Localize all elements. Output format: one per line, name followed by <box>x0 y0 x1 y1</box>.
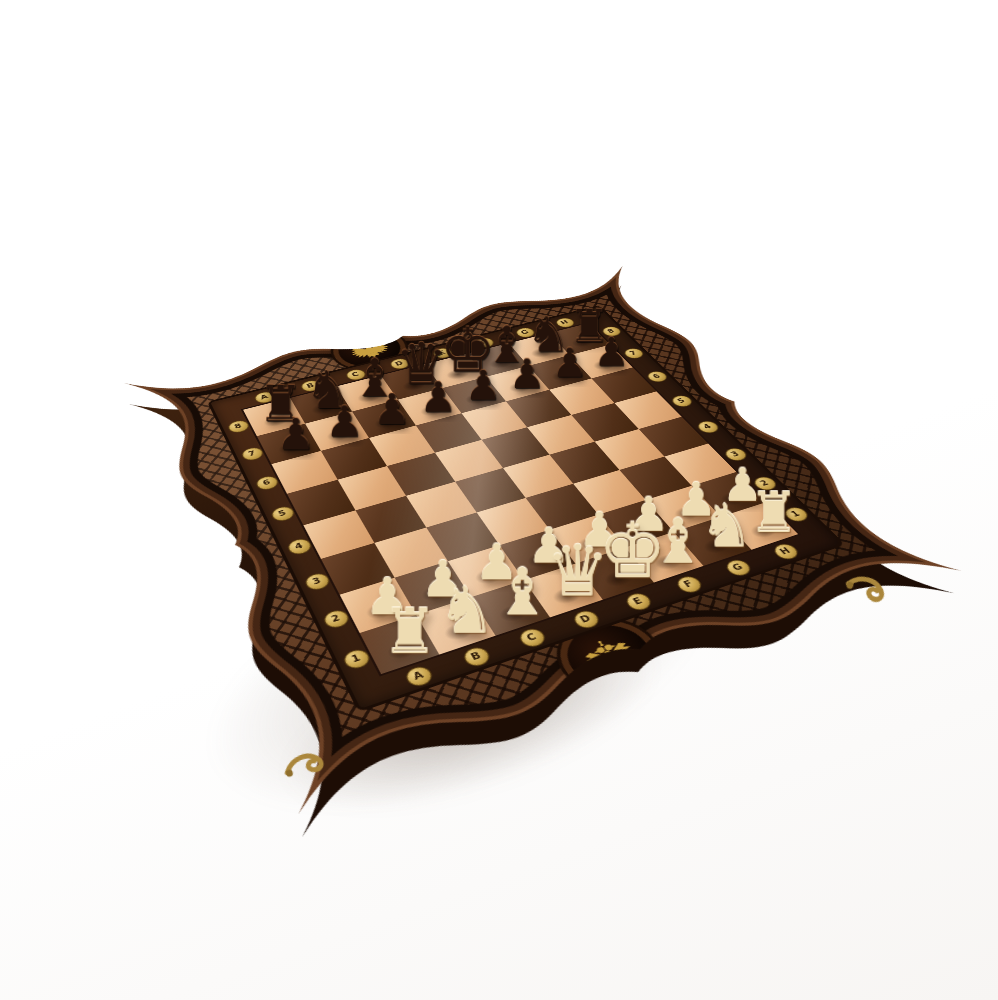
photo-background: ABCDEFGHABCDEFGH8765432187654321 ♜♞♝♛♚♝♞… <box>0 0 998 1000</box>
double-headed-eagle-icon <box>572 629 647 682</box>
